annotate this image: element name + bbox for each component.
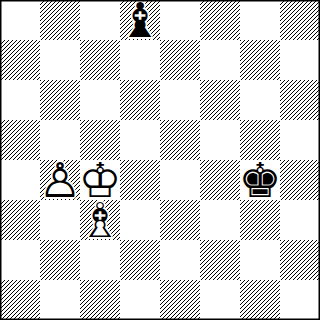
square-c7[interactable] [80, 40, 120, 80]
square-a8[interactable] [0, 0, 40, 40]
square-a3[interactable] [0, 200, 40, 240]
piece-halo: ♝ [120, 0, 160, 40]
square-d1[interactable] [120, 280, 160, 320]
square-g2[interactable] [240, 240, 280, 280]
square-d6[interactable] [120, 80, 160, 120]
square-h6[interactable] [280, 80, 320, 120]
square-d7[interactable] [120, 40, 160, 80]
square-f8[interactable] [200, 0, 240, 40]
square-f5[interactable] [200, 120, 240, 160]
square-c5[interactable] [80, 120, 120, 160]
piece-halo: ♝ [80, 200, 120, 240]
piece-halo: ♟ [40, 160, 80, 200]
square-f4[interactable] [200, 160, 240, 200]
piece-white-pawn: ♙ [40, 160, 80, 200]
piece-halo: ♚ [80, 160, 120, 200]
square-h7[interactable] [280, 40, 320, 80]
square-f7[interactable] [200, 40, 240, 80]
square-b1[interactable] [40, 280, 80, 320]
square-e5[interactable] [160, 120, 200, 160]
piece-white-bishop: ♗ [80, 200, 120, 240]
square-g6[interactable] [240, 80, 280, 120]
piece-black-king: ♚ [240, 160, 280, 200]
piece-white-king: ♔ [80, 160, 120, 200]
square-b4[interactable]: ♟♙ [40, 160, 80, 200]
square-f1[interactable] [200, 280, 240, 320]
square-g7[interactable] [240, 40, 280, 80]
piece-halo: ♚ [240, 160, 280, 200]
square-e3[interactable] [160, 200, 200, 240]
square-h2[interactable] [280, 240, 320, 280]
square-d2[interactable] [120, 240, 160, 280]
square-f3[interactable] [200, 200, 240, 240]
square-h5[interactable] [280, 120, 320, 160]
piece-black-bishop: ♝ [120, 0, 160, 40]
square-c8[interactable] [80, 0, 120, 40]
square-c4[interactable]: ♚♔ [80, 160, 120, 200]
square-b7[interactable] [40, 40, 80, 80]
square-g4[interactable]: ♚♚ [240, 160, 280, 200]
square-a4[interactable] [0, 160, 40, 200]
square-e6[interactable] [160, 80, 200, 120]
square-b3[interactable] [40, 200, 80, 240]
square-d5[interactable] [120, 120, 160, 160]
square-g3[interactable] [240, 200, 280, 240]
square-d3[interactable] [120, 200, 160, 240]
square-c3[interactable]: ♝♗ [80, 200, 120, 240]
square-h1[interactable] [280, 280, 320, 320]
square-h4[interactable] [280, 160, 320, 200]
square-a6[interactable] [0, 80, 40, 120]
square-d4[interactable] [120, 160, 160, 200]
square-h8[interactable] [280, 0, 320, 40]
square-e7[interactable] [160, 40, 200, 80]
chess-board: ♝♝♟♙♚♔♚♚♝♗ [0, 0, 320, 320]
square-b5[interactable] [40, 120, 80, 160]
square-a5[interactable] [0, 120, 40, 160]
square-e1[interactable] [160, 280, 200, 320]
square-e2[interactable] [160, 240, 200, 280]
square-g8[interactable] [240, 0, 280, 40]
square-g5[interactable] [240, 120, 280, 160]
square-e8[interactable] [160, 0, 200, 40]
square-c1[interactable] [80, 280, 120, 320]
square-h3[interactable] [280, 200, 320, 240]
square-e4[interactable] [160, 160, 200, 200]
square-f6[interactable] [200, 80, 240, 120]
square-a1[interactable] [0, 280, 40, 320]
square-d8[interactable]: ♝♝ [120, 0, 160, 40]
square-b2[interactable] [40, 240, 80, 280]
square-a2[interactable] [0, 240, 40, 280]
square-b8[interactable] [40, 0, 80, 40]
square-b6[interactable] [40, 80, 80, 120]
square-a7[interactable] [0, 40, 40, 80]
square-f2[interactable] [200, 240, 240, 280]
square-c6[interactable] [80, 80, 120, 120]
square-g1[interactable] [240, 280, 280, 320]
square-c2[interactable] [80, 240, 120, 280]
